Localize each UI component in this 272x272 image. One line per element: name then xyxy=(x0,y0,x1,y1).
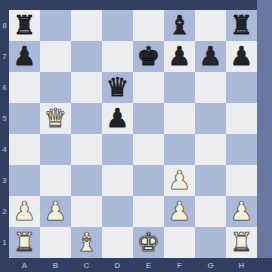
square-g2[interactable] xyxy=(195,196,226,227)
piece-white-pawn-b2[interactable]: ♟ xyxy=(44,196,67,227)
square-h5[interactable] xyxy=(226,103,257,134)
square-g7[interactable]: ♟ xyxy=(195,41,226,72)
square-b7[interactable] xyxy=(40,41,71,72)
square-b3[interactable] xyxy=(40,165,71,196)
square-d7[interactable] xyxy=(102,41,133,72)
square-f4[interactable] xyxy=(164,134,195,165)
board-right-strip xyxy=(257,0,272,258)
square-c6[interactable] xyxy=(71,72,102,103)
square-h8[interactable]: ♜ xyxy=(226,10,257,41)
file-label-c: C xyxy=(71,258,102,272)
square-c7[interactable] xyxy=(71,41,102,72)
square-b6[interactable] xyxy=(40,72,71,103)
piece-black-bishop-f8[interactable]: ♝ xyxy=(168,10,191,41)
square-b5[interactable]: ♛ xyxy=(40,103,71,134)
square-h4[interactable] xyxy=(226,134,257,165)
rank-label-7: 7 xyxy=(0,41,9,72)
piece-white-rook-h1[interactable]: ♜ xyxy=(230,227,253,258)
square-c2[interactable] xyxy=(71,196,102,227)
piece-white-pawn-a2[interactable]: ♟ xyxy=(13,196,36,227)
square-f2[interactable]: ♟ xyxy=(164,196,195,227)
rank-label-8: 8 xyxy=(0,10,9,41)
square-b8[interactable] xyxy=(40,10,71,41)
square-e3[interactable] xyxy=(133,165,164,196)
square-a8[interactable]: ♜ xyxy=(9,10,40,41)
square-f6[interactable] xyxy=(164,72,195,103)
rank-label-1: 1 xyxy=(0,227,9,258)
piece-white-rook-a1[interactable]: ♜ xyxy=(13,227,36,258)
piece-black-pawn-g7[interactable]: ♟ xyxy=(199,41,222,72)
square-c8[interactable] xyxy=(71,10,102,41)
piece-black-pawn-h7[interactable]: ♟ xyxy=(230,41,253,72)
piece-white-king-e1[interactable]: ♚ xyxy=(137,227,160,258)
square-c4[interactable] xyxy=(71,134,102,165)
piece-white-pawn-f2[interactable]: ♟ xyxy=(168,196,191,227)
rank-label-3: 3 xyxy=(0,165,9,196)
piece-white-pawn-f3[interactable]: ♟ xyxy=(168,165,191,196)
piece-black-pawn-a7[interactable]: ♟ xyxy=(13,41,36,72)
square-a1[interactable]: ♜ xyxy=(9,227,40,258)
square-e2[interactable] xyxy=(133,196,164,227)
square-d5[interactable]: ♟ xyxy=(102,103,133,134)
square-b1[interactable] xyxy=(40,227,71,258)
square-d8[interactable] xyxy=(102,10,133,41)
square-g5[interactable] xyxy=(195,103,226,134)
square-b2[interactable]: ♟ xyxy=(40,196,71,227)
piece-black-pawn-d5[interactable]: ♟ xyxy=(106,103,129,134)
square-g3[interactable] xyxy=(195,165,226,196)
square-f7[interactable]: ♟ xyxy=(164,41,195,72)
piece-black-rook-a8[interactable]: ♜ xyxy=(13,10,36,41)
square-d4[interactable] xyxy=(102,134,133,165)
square-e7[interactable]: ♚ xyxy=(133,41,164,72)
square-a5[interactable] xyxy=(9,103,40,134)
chess-board-frame: 87654321 ♜♝♜♟♚♟♟♟♛♛♟♟♟♟♟♟♜♝♚♜ ABCDEFGH xyxy=(0,0,272,272)
rank-labels: 87654321 xyxy=(0,10,9,258)
square-b4[interactable] xyxy=(40,134,71,165)
piece-black-queen-d6[interactable]: ♛ xyxy=(106,72,129,103)
square-a6[interactable] xyxy=(9,72,40,103)
square-a7[interactable]: ♟ xyxy=(9,41,40,72)
square-e6[interactable] xyxy=(133,72,164,103)
square-h2[interactable]: ♟ xyxy=(226,196,257,227)
piece-black-pawn-f7[interactable]: ♟ xyxy=(168,41,191,72)
square-f3[interactable]: ♟ xyxy=(164,165,195,196)
file-label-d: D xyxy=(102,258,133,272)
square-h3[interactable] xyxy=(226,165,257,196)
square-d3[interactable] xyxy=(102,165,133,196)
square-a4[interactable] xyxy=(9,134,40,165)
piece-black-rook-h8[interactable]: ♜ xyxy=(230,10,253,41)
square-f8[interactable]: ♝ xyxy=(164,10,195,41)
square-a2[interactable]: ♟ xyxy=(9,196,40,227)
file-label-h: H xyxy=(226,258,257,272)
square-e1[interactable]: ♚ xyxy=(133,227,164,258)
square-f5[interactable] xyxy=(164,103,195,134)
square-c3[interactable] xyxy=(71,165,102,196)
square-e4[interactable] xyxy=(133,134,164,165)
square-g8[interactable] xyxy=(195,10,226,41)
piece-black-king-e7[interactable]: ♚ xyxy=(137,41,160,72)
square-g4[interactable] xyxy=(195,134,226,165)
rank-label-5: 5 xyxy=(0,103,9,134)
square-g1[interactable] xyxy=(195,227,226,258)
square-e8[interactable] xyxy=(133,10,164,41)
square-h7[interactable]: ♟ xyxy=(226,41,257,72)
square-c1[interactable]: ♝ xyxy=(71,227,102,258)
piece-white-queen-b5[interactable]: ♛ xyxy=(44,103,67,134)
file-label-a: A xyxy=(9,258,40,272)
chess-board[interactable]: ♜♝♜♟♚♟♟♟♛♛♟♟♟♟♟♟♜♝♚♜ xyxy=(9,10,257,258)
file-label-b: B xyxy=(40,258,71,272)
square-f1[interactable] xyxy=(164,227,195,258)
file-label-e: E xyxy=(133,258,164,272)
file-label-f: F xyxy=(164,258,195,272)
square-d6[interactable]: ♛ xyxy=(102,72,133,103)
square-g6[interactable] xyxy=(195,72,226,103)
square-h1[interactable]: ♜ xyxy=(226,227,257,258)
file-labels: ABCDEFGH xyxy=(9,258,257,272)
square-e5[interactable] xyxy=(133,103,164,134)
file-label-g: G xyxy=(195,258,226,272)
rank-label-6: 6 xyxy=(0,72,9,103)
rank-label-4: 4 xyxy=(0,134,9,165)
square-a3[interactable] xyxy=(9,165,40,196)
piece-white-pawn-h2[interactable]: ♟ xyxy=(230,196,253,227)
rank-label-2: 2 xyxy=(0,196,9,227)
square-h6[interactable] xyxy=(226,72,257,103)
square-c5[interactable] xyxy=(71,103,102,134)
square-d2[interactable] xyxy=(102,196,133,227)
piece-white-bishop-c1[interactable]: ♝ xyxy=(75,227,98,258)
square-d1[interactable] xyxy=(102,227,133,258)
